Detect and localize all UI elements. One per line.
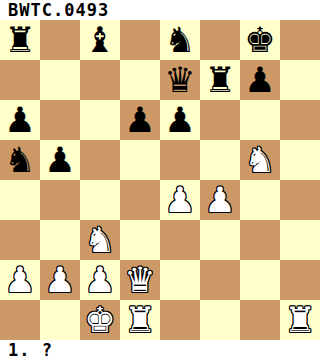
square-a2[interactable]: ♟	[0, 260, 40, 300]
square-c2[interactable]: ♟	[80, 260, 120, 300]
piece-white-pawn: ♟	[164, 180, 195, 220]
piece-black-pawn: ♟	[244, 60, 275, 100]
square-c1[interactable]: ♚	[80, 300, 120, 340]
square-a7[interactable]	[0, 60, 40, 100]
square-f5[interactable]	[200, 140, 240, 180]
square-g5[interactable]: ♞	[240, 140, 280, 180]
piece-white-pawn: ♟	[204, 180, 235, 220]
piece-black-knight: ♞	[4, 140, 35, 180]
square-e6[interactable]: ♟	[160, 100, 200, 140]
square-b6[interactable]	[40, 100, 80, 140]
square-a8[interactable]: ♜	[0, 20, 40, 60]
square-a3[interactable]	[0, 220, 40, 260]
square-b8[interactable]	[40, 20, 80, 60]
piece-white-rook: ♜	[284, 300, 315, 340]
piece-black-pawn: ♟	[44, 140, 75, 180]
square-f7[interactable]: ♜	[200, 60, 240, 100]
square-g4[interactable]	[240, 180, 280, 220]
square-f1[interactable]	[200, 300, 240, 340]
move-prompt: 1. ?	[0, 340, 320, 360]
piece-white-pawn: ♟	[4, 260, 35, 300]
square-f3[interactable]	[200, 220, 240, 260]
square-b1[interactable]	[40, 300, 80, 340]
square-a6[interactable]: ♟	[0, 100, 40, 140]
square-g2[interactable]	[240, 260, 280, 300]
square-g8[interactable]: ♚	[240, 20, 280, 60]
square-b5[interactable]: ♟	[40, 140, 80, 180]
square-e5[interactable]	[160, 140, 200, 180]
square-c4[interactable]	[80, 180, 120, 220]
square-f6[interactable]	[200, 100, 240, 140]
square-b2[interactable]: ♟	[40, 260, 80, 300]
piece-white-knight: ♞	[84, 220, 115, 260]
square-d2[interactable]: ♛	[120, 260, 160, 300]
piece-black-pawn: ♟	[4, 100, 35, 140]
square-d4[interactable]	[120, 180, 160, 220]
piece-white-king: ♚	[84, 300, 115, 340]
square-a4[interactable]	[0, 180, 40, 220]
puzzle-title: BWTC.0493	[0, 0, 320, 20]
square-d3[interactable]	[120, 220, 160, 260]
square-h2[interactable]	[280, 260, 320, 300]
square-c6[interactable]	[80, 100, 120, 140]
square-h8[interactable]	[280, 20, 320, 60]
square-g6[interactable]	[240, 100, 280, 140]
square-h7[interactable]	[280, 60, 320, 100]
piece-black-king: ♚	[244, 20, 275, 60]
square-h6[interactable]	[280, 100, 320, 140]
square-e4[interactable]: ♟	[160, 180, 200, 220]
square-d5[interactable]	[120, 140, 160, 180]
square-h4[interactable]	[280, 180, 320, 220]
square-d6[interactable]: ♟	[120, 100, 160, 140]
piece-white-queen: ♛	[124, 260, 155, 300]
square-b3[interactable]	[40, 220, 80, 260]
square-e7[interactable]: ♛	[160, 60, 200, 100]
square-d1[interactable]: ♜	[120, 300, 160, 340]
piece-white-rook: ♜	[124, 300, 155, 340]
square-e3[interactable]	[160, 220, 200, 260]
square-h1[interactable]: ♜	[280, 300, 320, 340]
piece-black-queen: ♛	[164, 60, 195, 100]
square-g7[interactable]: ♟	[240, 60, 280, 100]
square-b4[interactable]	[40, 180, 80, 220]
square-h3[interactable]	[280, 220, 320, 260]
square-f2[interactable]	[200, 260, 240, 300]
piece-black-bishop: ♝	[84, 20, 115, 60]
square-a5[interactable]: ♞	[0, 140, 40, 180]
square-g3[interactable]	[240, 220, 280, 260]
square-f4[interactable]: ♟	[200, 180, 240, 220]
piece-black-pawn: ♟	[124, 100, 155, 140]
piece-white-pawn: ♟	[44, 260, 75, 300]
square-e8[interactable]: ♞	[160, 20, 200, 60]
square-b7[interactable]	[40, 60, 80, 100]
square-c8[interactable]: ♝	[80, 20, 120, 60]
square-c5[interactable]	[80, 140, 120, 180]
square-h5[interactable]	[280, 140, 320, 180]
square-e1[interactable]	[160, 300, 200, 340]
chess-board: ♜♝♞♚♛♜♟♟♟♟♞♟♞♟♟♞♟♟♟♛♚♜♜	[0, 20, 320, 340]
square-d7[interactable]	[120, 60, 160, 100]
square-c3[interactable]: ♞	[80, 220, 120, 260]
piece-white-pawn: ♟	[84, 260, 115, 300]
piece-black-rook: ♜	[4, 20, 35, 60]
piece-black-pawn: ♟	[164, 100, 195, 140]
square-g1[interactable]	[240, 300, 280, 340]
piece-white-knight: ♞	[244, 140, 275, 180]
square-d8[interactable]	[120, 20, 160, 60]
piece-black-rook: ♜	[204, 60, 235, 100]
piece-black-knight: ♞	[164, 20, 195, 60]
square-a1[interactable]	[0, 300, 40, 340]
square-f8[interactable]	[200, 20, 240, 60]
square-c7[interactable]	[80, 60, 120, 100]
square-e2[interactable]	[160, 260, 200, 300]
